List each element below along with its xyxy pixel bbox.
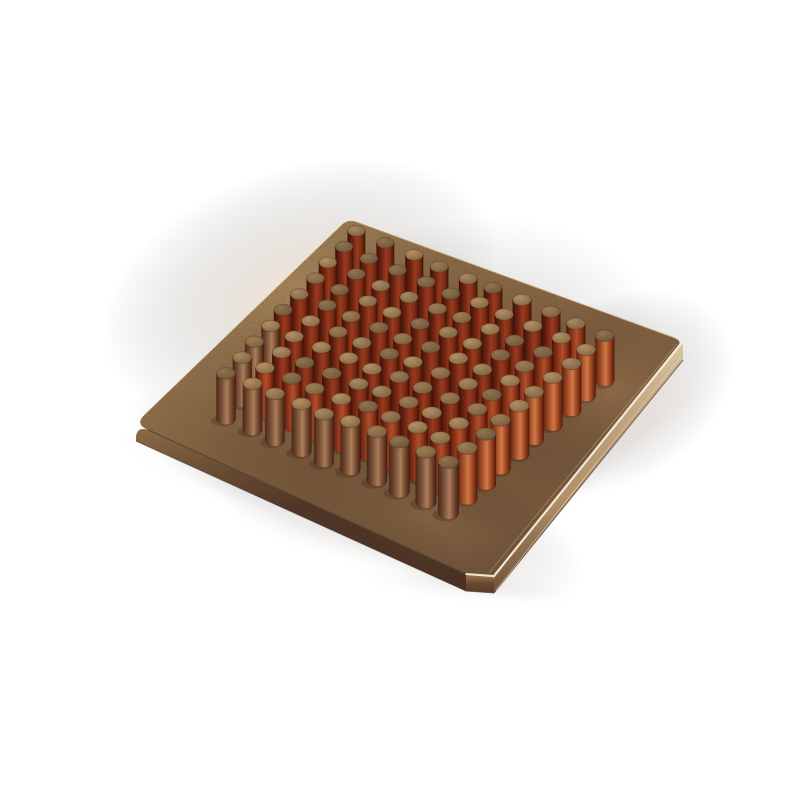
pin-body [416,452,436,509]
pin-top [372,280,390,291]
pin-top [367,425,387,437]
pin-top [523,320,542,332]
pin-top [452,312,471,324]
pin-body [543,378,563,431]
pin-top [495,309,514,321]
pin-top [243,378,262,390]
pin-top [457,442,477,455]
pin-top [290,289,308,300]
pin-top [381,411,401,423]
pin-top [388,265,406,276]
pin-top [428,303,447,315]
pin-top [505,335,524,347]
pin-top [431,367,450,379]
pin-top [405,249,423,260]
pin-top [216,367,235,379]
pin-top [438,456,459,469]
pin-top [411,318,430,330]
pin-top [524,386,544,398]
pin-top [301,315,320,327]
pin-top [255,362,274,374]
pin-top [233,352,252,364]
pin-top [458,378,478,390]
pin-top [463,338,482,350]
pin-top [576,344,595,356]
pin-top [359,295,377,306]
pin-top [389,436,409,449]
pin-top [314,408,334,420]
pin-top [376,237,394,248]
pin-top [262,320,281,332]
pin-top [484,282,502,293]
pin-body [438,462,459,519]
pin-top [342,311,361,323]
pin-top [393,333,412,345]
pin-top [352,337,371,349]
pin-body [562,364,581,417]
pin-top [274,304,292,315]
pin-top [372,386,392,398]
pin-body [265,394,284,447]
pin-top [413,382,433,394]
photo-canvas [0,0,800,800]
pin-top [295,357,314,369]
pin-top [515,360,534,372]
pin-top [417,276,435,287]
pin-top [416,446,436,459]
pin-top [349,378,368,390]
pin-top [369,322,388,334]
pin-top [562,358,581,370]
pin-top [449,352,468,364]
pin-top [482,389,502,401]
pin-top [329,326,348,338]
pin-top [439,327,458,339]
pin-top [380,348,399,360]
pin-top [400,291,418,302]
pin-top [272,346,291,358]
pin-body [595,336,614,387]
heatsink-photo [0,0,800,800]
pin-top [339,352,358,364]
pin-top [459,273,477,284]
pin-top [292,398,312,410]
pin-top [245,336,264,348]
pin-top [322,367,341,379]
pin-body [341,421,361,475]
pin-top [318,300,336,311]
pin-top [332,393,352,405]
pin-top [500,375,520,387]
pin-top [476,428,496,441]
pin-body [509,406,529,460]
pin-top [470,297,489,309]
pin-top [491,349,510,361]
pin-top [362,363,381,375]
pin-top [282,372,301,384]
pin-body [389,442,409,498]
pin-top [383,307,402,319]
pin-top [430,261,448,272]
pin-body [367,432,387,487]
pin-top [430,431,450,444]
pin-top [403,356,422,368]
pin-body [476,434,496,490]
pin-top [595,330,614,342]
pin-top [552,332,571,344]
pin-top [442,288,460,299]
pin-top [340,415,360,427]
pin-top [360,253,378,264]
pin-body [292,404,312,457]
pin-top [358,400,378,412]
pin-top [481,323,500,335]
pin-top [473,363,492,375]
pin-top [440,392,460,404]
pin-body [457,448,477,505]
pin-top [490,414,510,426]
pin-top [533,346,552,358]
pin-top [408,421,428,433]
pin-top [566,318,585,330]
pin-body [216,373,235,424]
pin-top [335,241,353,252]
pin-top [467,403,487,415]
pin-top [542,306,561,318]
pin-body [243,384,262,436]
pin-top [319,257,337,268]
pin-top [449,417,469,429]
pin-top [422,407,442,419]
pin-top [348,225,366,236]
pin-top [265,388,284,400]
pin-body [314,414,334,467]
pin-top [347,268,365,279]
pin-top [305,383,324,395]
pin-top [513,294,532,306]
pin-top [509,400,529,412]
pin-top [399,396,419,408]
pin-top [312,342,331,354]
pin-top [331,284,349,295]
pin-top [285,331,304,343]
pin-top [543,372,563,384]
pin-top [390,371,409,383]
pin-top [307,273,325,284]
pin-top [421,341,440,353]
